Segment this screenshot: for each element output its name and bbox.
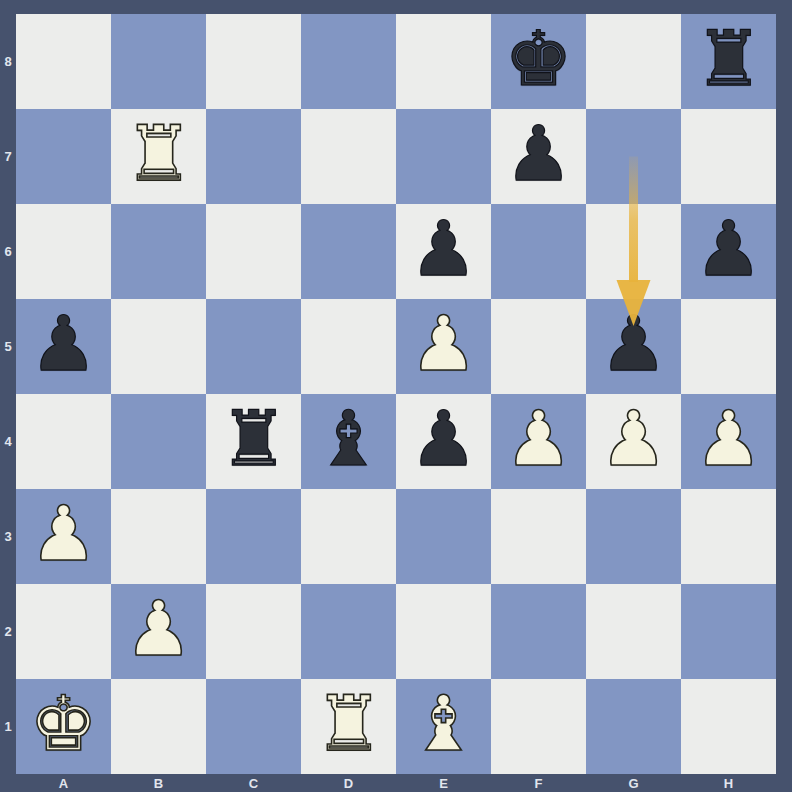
- square-e5[interactable]: ♟: [396, 299, 491, 394]
- square-h8[interactable]: ♜: [681, 14, 776, 109]
- square-h5[interactable]: [681, 299, 776, 394]
- square-h3[interactable]: [681, 489, 776, 584]
- square-e8[interactable]: [396, 14, 491, 109]
- piece-black-pawn[interactable]: ♟: [409, 211, 477, 287]
- rank-label-8: 8: [0, 14, 16, 109]
- rank-label-6: 6: [0, 204, 16, 299]
- square-b2[interactable]: ♟: [111, 584, 206, 679]
- piece-black-rook[interactable]: ♜: [694, 21, 762, 97]
- square-b1[interactable]: [111, 679, 206, 774]
- file-label-g: G: [586, 774, 681, 792]
- square-b4[interactable]: [111, 394, 206, 489]
- square-d2[interactable]: [301, 584, 396, 679]
- piece-white-rook[interactable]: ♜: [314, 686, 382, 762]
- square-a7[interactable]: [16, 109, 111, 204]
- square-f7[interactable]: ♟: [491, 109, 586, 204]
- square-e4[interactable]: ♟: [396, 394, 491, 489]
- square-c8[interactable]: [206, 14, 301, 109]
- square-a1[interactable]: ♚: [16, 679, 111, 774]
- square-e3[interactable]: [396, 489, 491, 584]
- piece-white-pawn[interactable]: ♟: [124, 591, 192, 667]
- square-h4[interactable]: ♟: [681, 394, 776, 489]
- square-e1[interactable]: ♝: [396, 679, 491, 774]
- square-h6[interactable]: ♟: [681, 204, 776, 299]
- piece-black-bishop[interactable]: ♝: [314, 401, 382, 477]
- piece-black-pawn[interactable]: ♟: [694, 211, 762, 287]
- square-h7[interactable]: [681, 109, 776, 204]
- rank-coordinates: 87654321: [0, 14, 16, 774]
- file-label-b: B: [111, 774, 206, 792]
- square-d1[interactable]: ♜: [301, 679, 396, 774]
- rank-label-4: 4: [0, 394, 16, 489]
- file-coordinates: ABCDEFGH: [16, 774, 776, 792]
- square-b5[interactable]: [111, 299, 206, 394]
- square-a5[interactable]: ♟: [16, 299, 111, 394]
- square-d4[interactable]: ♝: [301, 394, 396, 489]
- rank-label-7: 7: [0, 109, 16, 204]
- square-d6[interactable]: [301, 204, 396, 299]
- piece-white-pawn[interactable]: ♟: [599, 401, 667, 477]
- square-c2[interactable]: [206, 584, 301, 679]
- square-g4[interactable]: ♟: [586, 394, 681, 489]
- square-g6[interactable]: [586, 204, 681, 299]
- square-b3[interactable]: [111, 489, 206, 584]
- square-g2[interactable]: [586, 584, 681, 679]
- square-c5[interactable]: [206, 299, 301, 394]
- square-g8[interactable]: [586, 14, 681, 109]
- file-label-d: D: [301, 774, 396, 792]
- rank-label-5: 5: [0, 299, 16, 394]
- square-c3[interactable]: [206, 489, 301, 584]
- square-h1[interactable]: [681, 679, 776, 774]
- square-d5[interactable]: [301, 299, 396, 394]
- square-b6[interactable]: [111, 204, 206, 299]
- square-f1[interactable]: [491, 679, 586, 774]
- piece-black-rook[interactable]: ♜: [219, 401, 287, 477]
- rank-label-2: 2: [0, 584, 16, 679]
- square-c7[interactable]: [206, 109, 301, 204]
- square-c4[interactable]: ♜: [206, 394, 301, 489]
- square-f6[interactable]: [491, 204, 586, 299]
- square-e7[interactable]: [396, 109, 491, 204]
- square-d8[interactable]: [301, 14, 396, 109]
- piece-white-pawn[interactable]: ♟: [504, 401, 572, 477]
- piece-black-pawn[interactable]: ♟: [409, 401, 477, 477]
- board-frame: ♚♜♜♟♟♟♟♟♟♜♝♟♟♟♟♟♟♚♜♝ 87654321 ABCDEFGH: [0, 0, 792, 792]
- rank-label-1: 1: [0, 679, 16, 774]
- square-a8[interactable]: [16, 14, 111, 109]
- file-label-e: E: [396, 774, 491, 792]
- rank-label-3: 3: [0, 489, 16, 584]
- square-d3[interactable]: [301, 489, 396, 584]
- square-a2[interactable]: [16, 584, 111, 679]
- piece-black-pawn[interactable]: ♟: [29, 306, 97, 382]
- board: ♚♜♜♟♟♟♟♟♟♜♝♟♟♟♟♟♟♚♜♝: [16, 14, 776, 774]
- square-e6[interactable]: ♟: [396, 204, 491, 299]
- square-g1[interactable]: [586, 679, 681, 774]
- square-b7[interactable]: ♜: [111, 109, 206, 204]
- file-label-c: C: [206, 774, 301, 792]
- square-g5[interactable]: ♟: [586, 299, 681, 394]
- square-h2[interactable]: [681, 584, 776, 679]
- piece-white-bishop[interactable]: ♝: [409, 686, 477, 762]
- square-f3[interactable]: [491, 489, 586, 584]
- piece-black-pawn[interactable]: ♟: [599, 306, 667, 382]
- piece-white-pawn[interactable]: ♟: [409, 306, 477, 382]
- square-b8[interactable]: [111, 14, 206, 109]
- square-f4[interactable]: ♟: [491, 394, 586, 489]
- file-label-h: H: [681, 774, 776, 792]
- piece-white-king[interactable]: ♚: [29, 686, 97, 762]
- piece-white-pawn[interactable]: ♟: [29, 496, 97, 572]
- piece-black-pawn[interactable]: ♟: [504, 116, 572, 192]
- file-label-f: F: [491, 774, 586, 792]
- square-a4[interactable]: [16, 394, 111, 489]
- piece-white-pawn[interactable]: ♟: [694, 401, 762, 477]
- square-e2[interactable]: [396, 584, 491, 679]
- square-f8[interactable]: ♚: [491, 14, 586, 109]
- file-label-a: A: [16, 774, 111, 792]
- square-a6[interactable]: [16, 204, 111, 299]
- square-c6[interactable]: [206, 204, 301, 299]
- piece-black-king[interactable]: ♚: [504, 21, 572, 97]
- square-g3[interactable]: [586, 489, 681, 584]
- square-f2[interactable]: [491, 584, 586, 679]
- square-d7[interactable]: [301, 109, 396, 204]
- square-a3[interactable]: ♟: [16, 489, 111, 584]
- piece-white-rook[interactable]: ♜: [124, 116, 192, 192]
- square-c1[interactable]: [206, 679, 301, 774]
- square-f5[interactable]: [491, 299, 586, 394]
- square-g7[interactable]: [586, 109, 681, 204]
